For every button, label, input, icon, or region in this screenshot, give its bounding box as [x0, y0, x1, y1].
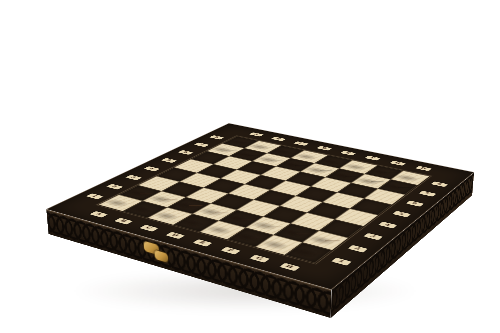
- product-photo-stage: AABBCCDDEEFFGGHH1122334455667788♜♞♝♛♚♝♞♜…: [0, 0, 500, 333]
- near-file-label-g: G: [249, 255, 269, 263]
- near-file-label-d: D: [165, 232, 184, 239]
- left-rank-label-7: 7: [194, 142, 210, 147]
- right-rank-label-5: 5: [392, 211, 411, 218]
- clasp-hook: [154, 250, 168, 263]
- chess-board: AABBCCDDEEFFGGHH1122334455667788♜♞♝♛♚♝♞♜…: [46, 123, 474, 290]
- near-file-label-e: E: [192, 239, 212, 246]
- right-rank-label-6: 6: [406, 200, 424, 206]
- right-rank-label-4: 4: [378, 221, 397, 228]
- pawn-glyph: ♟: [379, 151, 416, 193]
- near-file-label-c: C: [139, 225, 158, 232]
- right-rank-label-7: 7: [418, 190, 436, 196]
- right-rank-label-1: 1: [331, 257, 352, 265]
- right-rank-label-3: 3: [363, 233, 383, 240]
- near-file-label-f: F: [220, 247, 240, 255]
- right-rank-label-8: 8: [431, 181, 448, 187]
- brass-clasp-icon: [143, 241, 169, 265]
- near-file-label-b: B: [114, 218, 133, 225]
- right-rank-label-2: 2: [347, 245, 367, 253]
- rook-glyph: ♜: [283, 202, 335, 260]
- chess-box: AABBCCDDEEFFGGHH1122334455667788♜♞♝♛♚♝♞♜…: [46, 123, 474, 290]
- near-file-label-h: H: [279, 263, 300, 271]
- near-file-label-a: A: [89, 211, 107, 218]
- left-rank-label-6: 6: [178, 150, 194, 155]
